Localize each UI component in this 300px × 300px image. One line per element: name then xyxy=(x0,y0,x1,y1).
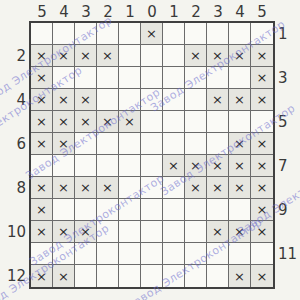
grid-cell xyxy=(185,89,207,111)
grid-cell: × xyxy=(53,111,75,133)
grid-cell: × xyxy=(251,265,273,287)
stitch-x-mark: × xyxy=(257,71,268,84)
row-label-right: 5 xyxy=(278,111,300,133)
grid-cell: × xyxy=(53,265,75,287)
stitch-x-mark: × xyxy=(80,49,91,62)
grid-cell: × xyxy=(229,45,251,67)
grid-cell: × xyxy=(251,67,273,89)
stitch-x-mark: × xyxy=(102,49,113,62)
grid-cell xyxy=(163,23,185,45)
grid-cell: × xyxy=(229,265,251,287)
column-label: 2 xyxy=(97,3,119,21)
grid-cell: × xyxy=(207,89,229,111)
grid-cell xyxy=(53,243,75,265)
grid-cell xyxy=(97,199,119,221)
stitch-x-mark: × xyxy=(102,115,113,128)
grid-cell xyxy=(163,265,185,287)
grid-cell: × xyxy=(163,155,185,177)
column-label: 3 xyxy=(75,3,97,21)
row-label-left: 4 xyxy=(0,89,26,111)
grid-cell: × xyxy=(97,111,119,133)
row-label-right: 3 xyxy=(278,67,300,89)
row-label-left: 8 xyxy=(0,177,26,199)
grid-cell xyxy=(97,89,119,111)
grid-cell xyxy=(141,199,163,221)
grid-cell: × xyxy=(31,177,53,199)
grid-cell xyxy=(207,133,229,155)
stitch-x-mark: × xyxy=(190,181,201,194)
column-label: 0 xyxy=(141,3,163,21)
stitch-x-mark: × xyxy=(36,49,47,62)
pattern-chart-page: ××××××××××××××××××××××××××××××××××××××××… xyxy=(0,0,300,300)
grid-cell xyxy=(97,133,119,155)
grid-cell xyxy=(141,177,163,199)
stitch-x-mark: × xyxy=(36,181,47,194)
stitch-x-mark: × xyxy=(257,159,268,172)
grid-cell xyxy=(207,265,229,287)
stitch-x-mark: × xyxy=(36,93,47,106)
stitch-x-mark: × xyxy=(58,137,69,150)
stitch-x-mark: × xyxy=(212,93,223,106)
grid-cell: × xyxy=(97,177,119,199)
grid-cell xyxy=(185,133,207,155)
grid-cell xyxy=(141,243,163,265)
grid-cell: × xyxy=(207,155,229,177)
grid-cell xyxy=(141,133,163,155)
grid-cell xyxy=(251,111,273,133)
grid-cell xyxy=(141,265,163,287)
grid-cell xyxy=(119,243,141,265)
grid-cell xyxy=(119,133,141,155)
grid-cell: × xyxy=(53,45,75,67)
stitch-x-mark: × xyxy=(168,159,179,172)
stitch-x-mark: × xyxy=(212,159,223,172)
grid-cell xyxy=(163,111,185,133)
grid-cell xyxy=(119,155,141,177)
column-label: 3 xyxy=(207,3,229,21)
grid-cell xyxy=(163,243,185,265)
grid-cell: × xyxy=(251,199,273,221)
grid-cell xyxy=(31,155,53,177)
grid-cell: × xyxy=(31,45,53,67)
grid-cell xyxy=(185,67,207,89)
stitch-x-mark: × xyxy=(58,270,69,283)
grid-cell xyxy=(119,221,141,243)
grid-cell xyxy=(97,221,119,243)
grid-cell: × xyxy=(97,45,119,67)
stitch-x-mark: × xyxy=(58,93,69,106)
stitch-x-mark: × xyxy=(36,270,47,283)
grid-cell xyxy=(75,155,97,177)
grid-cell xyxy=(141,45,163,67)
grid-cell: × xyxy=(185,45,207,67)
grid-cell xyxy=(119,265,141,287)
grid-cell xyxy=(207,111,229,133)
grid-cell xyxy=(75,243,97,265)
column-label: 1 xyxy=(163,3,185,21)
grid-cell: × xyxy=(207,221,229,243)
grid-cell: × xyxy=(31,111,53,133)
grid-cell xyxy=(119,45,141,67)
stitch-x-mark: × xyxy=(234,49,245,62)
stitch-x-mark: × xyxy=(257,270,268,283)
grid-cell xyxy=(53,23,75,45)
row-label-left: 2 xyxy=(0,45,26,67)
stitch-x-mark: × xyxy=(212,49,223,62)
grid-cell xyxy=(141,67,163,89)
stitch-x-mark: × xyxy=(212,225,223,238)
stitch-x-mark: × xyxy=(80,93,91,106)
stitch-x-mark: × xyxy=(102,181,113,194)
row-label-left: 10 xyxy=(0,221,26,243)
grid-cell xyxy=(75,133,97,155)
row-label-left: 6 xyxy=(0,133,26,155)
grid-cell xyxy=(185,243,207,265)
stitch-x-mark: × xyxy=(257,49,268,62)
grid-cell: × xyxy=(31,89,53,111)
stitch-x-mark: × xyxy=(36,203,47,216)
grid-cell xyxy=(75,67,97,89)
grid-cell: × xyxy=(251,155,273,177)
stitch-x-mark: × xyxy=(58,115,69,128)
grid-cell: × xyxy=(185,155,207,177)
grid-cell xyxy=(185,265,207,287)
grid-cell xyxy=(163,199,185,221)
grid-cell: × xyxy=(207,45,229,67)
grid-cell xyxy=(53,155,75,177)
stitch-x-mark: × xyxy=(58,181,69,194)
stitch-x-mark: × xyxy=(257,203,268,216)
stitch-x-mark: × xyxy=(190,159,201,172)
grid-cell xyxy=(207,23,229,45)
grid-cell xyxy=(207,199,229,221)
grid-cell xyxy=(141,155,163,177)
stitch-x-mark: × xyxy=(234,270,245,283)
stitch-x-mark: × xyxy=(124,115,135,128)
grid-cell: × xyxy=(251,45,273,67)
stitch-x-mark: × xyxy=(234,159,245,172)
grid-cell xyxy=(207,243,229,265)
grid-cell xyxy=(251,243,273,265)
grid-cell xyxy=(163,67,185,89)
grid-cell xyxy=(53,67,75,89)
row-label-right: 7 xyxy=(278,155,300,177)
stitch-x-mark: × xyxy=(257,181,268,194)
grid-cell: × xyxy=(53,177,75,199)
stitch-x-mark: × xyxy=(234,225,245,238)
grid-cell xyxy=(163,133,185,155)
stitch-x-mark: × xyxy=(80,181,91,194)
grid-cell: × xyxy=(229,155,251,177)
grid-cell: × xyxy=(53,133,75,155)
grid-cell xyxy=(75,23,97,45)
grid-cell xyxy=(97,243,119,265)
row-label-left: 12 xyxy=(0,265,26,287)
grid-cell: × xyxy=(229,89,251,111)
row-label-right: 9 xyxy=(278,199,300,221)
grid-cell: × xyxy=(75,111,97,133)
grid-cell xyxy=(185,199,207,221)
stitch-x-mark: × xyxy=(257,225,268,238)
grid-cell xyxy=(229,199,251,221)
grid-cell xyxy=(119,23,141,45)
stitch-x-mark: × xyxy=(36,71,47,84)
grid-cell: × xyxy=(207,177,229,199)
column-label: 2 xyxy=(185,3,207,21)
grid-cell xyxy=(163,45,185,67)
stitch-x-mark: × xyxy=(80,225,91,238)
grid-cell xyxy=(163,177,185,199)
grid-cell: × xyxy=(31,221,53,243)
grid-cell xyxy=(31,243,53,265)
stitch-x-mark: × xyxy=(212,181,223,194)
grid-cell xyxy=(229,243,251,265)
grid-cell: × xyxy=(53,89,75,111)
grid-cell xyxy=(119,199,141,221)
column-label: 1 xyxy=(119,3,141,21)
stitch-x-mark: × xyxy=(146,27,157,40)
stitch-x-mark: × xyxy=(257,93,268,106)
grid-cell: × xyxy=(229,177,251,199)
grid-cell xyxy=(119,177,141,199)
grid-cell: × xyxy=(229,221,251,243)
grid-cell xyxy=(185,221,207,243)
grid-cell: × xyxy=(251,133,273,155)
grid-cell xyxy=(97,265,119,287)
stitch-x-mark: × xyxy=(36,225,47,238)
stitch-x-mark: × xyxy=(80,115,91,128)
column-label: 5 xyxy=(31,3,53,21)
grid-cell xyxy=(97,67,119,89)
grid-cell: × xyxy=(141,23,163,45)
grid-cell: × xyxy=(75,177,97,199)
grid-cell: × xyxy=(185,177,207,199)
row-label-right: 11 xyxy=(278,243,300,265)
grid-cell: × xyxy=(229,133,251,155)
column-label: 4 xyxy=(53,3,75,21)
column-label: 4 xyxy=(229,3,251,21)
stitch-x-mark: × xyxy=(234,181,245,194)
grid-cell: × xyxy=(31,67,53,89)
stitch-x-mark: × xyxy=(36,115,47,128)
grid-cell: × xyxy=(251,89,273,111)
grid-cell xyxy=(119,89,141,111)
grid-cell: × xyxy=(75,89,97,111)
stitch-x-mark: × xyxy=(58,49,69,62)
grid-cell xyxy=(141,221,163,243)
grid-cell xyxy=(251,23,273,45)
grid-cell xyxy=(163,221,185,243)
grid-cell: × xyxy=(53,221,75,243)
grid-cell xyxy=(97,23,119,45)
stitch-x-mark: × xyxy=(234,93,245,106)
pattern-grid: ××××××××××××××××××××××××××××××××××××××××… xyxy=(29,21,275,289)
grid-cell xyxy=(185,23,207,45)
grid-cell: × xyxy=(75,45,97,67)
grid-cell xyxy=(119,67,141,89)
grid-cell xyxy=(141,89,163,111)
grid-cell xyxy=(229,111,251,133)
grid-cell xyxy=(185,111,207,133)
grid-cell xyxy=(207,67,229,89)
grid-cell xyxy=(75,265,97,287)
column-label: 5 xyxy=(251,3,273,21)
grid-cell: × xyxy=(119,111,141,133)
grid-cell xyxy=(141,111,163,133)
stitch-x-mark: × xyxy=(58,225,69,238)
grid-cell xyxy=(53,199,75,221)
grid-cell: × xyxy=(31,199,53,221)
grid-cell xyxy=(163,89,185,111)
grid-cell: × xyxy=(31,265,53,287)
stitch-x-mark: × xyxy=(257,137,268,150)
grid-cell: × xyxy=(251,221,273,243)
grid-cell: × xyxy=(31,133,53,155)
grid-cell: × xyxy=(75,221,97,243)
grid-cell xyxy=(75,199,97,221)
stitch-x-mark: × xyxy=(234,137,245,150)
grid-cell xyxy=(97,155,119,177)
stitch-x-mark: × xyxy=(36,137,47,150)
grid-cell: × xyxy=(251,177,273,199)
stitch-x-mark: × xyxy=(190,49,201,62)
grid-cell xyxy=(229,67,251,89)
row-label-right: 1 xyxy=(278,23,300,45)
grid-cell xyxy=(31,23,53,45)
grid-cell xyxy=(229,23,251,45)
